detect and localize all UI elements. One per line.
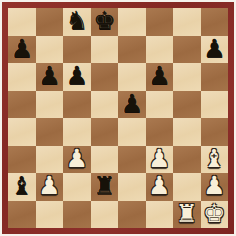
square-f7[interactable] <box>146 36 174 64</box>
square-h5[interactable] <box>201 91 229 119</box>
square-d1[interactable] <box>91 201 119 229</box>
piece-white-pawn[interactable]: ♟ <box>148 172 170 200</box>
square-e1[interactable] <box>118 201 146 229</box>
square-f2[interactable]: ♟ <box>146 173 174 201</box>
square-c6[interactable]: ♟ <box>63 63 91 91</box>
square-c4[interactable] <box>63 118 91 146</box>
piece-black-bishop[interactable]: ♝ <box>11 172 33 200</box>
square-e3[interactable] <box>118 146 146 174</box>
piece-white-pawn[interactable]: ♟ <box>38 172 60 200</box>
square-d2[interactable]: ♜ <box>91 173 119 201</box>
piece-black-pawn[interactable]: ♟ <box>66 62 88 90</box>
square-f3[interactable]: ♟ <box>146 146 174 174</box>
square-f1[interactable] <box>146 201 174 229</box>
piece-white-rook[interactable]: ♜ <box>176 200 198 228</box>
square-b2[interactable]: ♟ <box>36 173 64 201</box>
square-e8[interactable] <box>118 8 146 36</box>
square-b3[interactable] <box>36 146 64 174</box>
square-a6[interactable] <box>8 63 36 91</box>
piece-black-king[interactable]: ♚ <box>93 7 115 35</box>
square-h4[interactable] <box>201 118 229 146</box>
square-c3[interactable]: ♟ <box>63 146 91 174</box>
piece-black-pawn[interactable]: ♟ <box>38 62 60 90</box>
square-e5[interactable]: ♟ <box>118 91 146 119</box>
square-c7[interactable] <box>63 36 91 64</box>
square-b6[interactable]: ♟ <box>36 63 64 91</box>
square-c8[interactable]: ♞ <box>63 8 91 36</box>
chess-board: ♞♚♟♟♟♟♟♟♟♟♝♝♟♜♟♟♜♚ <box>8 8 228 228</box>
piece-black-pawn[interactable]: ♟ <box>121 90 143 118</box>
square-a3[interactable] <box>8 146 36 174</box>
piece-black-rook[interactable]: ♜ <box>93 172 115 200</box>
square-g2[interactable] <box>173 173 201 201</box>
square-d3[interactable] <box>91 146 119 174</box>
square-h3[interactable]: ♝ <box>201 146 229 174</box>
square-a7[interactable]: ♟ <box>8 36 36 64</box>
square-e7[interactable] <box>118 36 146 64</box>
square-f8[interactable] <box>146 8 174 36</box>
square-a1[interactable] <box>8 201 36 229</box>
piece-black-knight[interactable]: ♞ <box>66 7 88 35</box>
piece-black-pawn[interactable]: ♟ <box>11 35 33 63</box>
square-e6[interactable] <box>118 63 146 91</box>
square-g7[interactable] <box>173 36 201 64</box>
piece-white-bishop[interactable]: ♝ <box>203 145 225 173</box>
square-c2[interactable] <box>63 173 91 201</box>
square-a4[interactable] <box>8 118 36 146</box>
square-b5[interactable] <box>36 91 64 119</box>
square-g1[interactable]: ♜ <box>173 201 201 229</box>
square-f4[interactable] <box>146 118 174 146</box>
square-b4[interactable] <box>36 118 64 146</box>
square-g5[interactable] <box>173 91 201 119</box>
square-h8[interactable] <box>201 8 229 36</box>
square-e4[interactable] <box>118 118 146 146</box>
piece-black-pawn[interactable]: ♟ <box>203 35 225 63</box>
piece-white-pawn[interactable]: ♟ <box>148 145 170 173</box>
square-g4[interactable] <box>173 118 201 146</box>
square-h7[interactable]: ♟ <box>201 36 229 64</box>
square-d8[interactable]: ♚ <box>91 8 119 36</box>
piece-white-pawn[interactable]: ♟ <box>203 172 225 200</box>
square-h2[interactable]: ♟ <box>201 173 229 201</box>
square-c5[interactable] <box>63 91 91 119</box>
piece-white-pawn[interactable]: ♟ <box>66 145 88 173</box>
square-f5[interactable] <box>146 91 174 119</box>
square-g6[interactable] <box>173 63 201 91</box>
square-d7[interactable] <box>91 36 119 64</box>
square-g3[interactable] <box>173 146 201 174</box>
square-b7[interactable] <box>36 36 64 64</box>
square-d6[interactable] <box>91 63 119 91</box>
square-d4[interactable] <box>91 118 119 146</box>
square-a5[interactable] <box>8 91 36 119</box>
piece-black-pawn[interactable]: ♟ <box>148 62 170 90</box>
piece-white-king[interactable]: ♚ <box>203 200 225 228</box>
square-e2[interactable] <box>118 173 146 201</box>
square-g8[interactable] <box>173 8 201 36</box>
square-f6[interactable]: ♟ <box>146 63 174 91</box>
square-a2[interactable]: ♝ <box>8 173 36 201</box>
square-d5[interactable] <box>91 91 119 119</box>
square-a8[interactable] <box>8 8 36 36</box>
square-b8[interactable] <box>36 8 64 36</box>
square-h6[interactable] <box>201 63 229 91</box>
square-c1[interactable] <box>63 201 91 229</box>
board-outer-edge: ♞♚♟♟♟♟♟♟♟♟♝♝♟♜♟♟♜♚ <box>0 0 236 236</box>
square-h1[interactable]: ♚ <box>201 201 229 229</box>
square-b1[interactable] <box>36 201 64 229</box>
